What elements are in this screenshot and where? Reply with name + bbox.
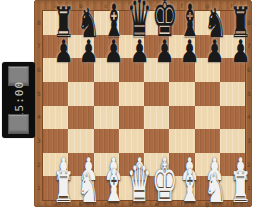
file-label-e: e (144, 200, 169, 208)
file-label-h: h (220, 2, 245, 10)
square-d6[interactable] (119, 58, 144, 82)
square-d1[interactable] (119, 176, 144, 200)
square-d4[interactable] (119, 106, 144, 130)
rank-label-7: 7 (35, 35, 43, 59)
rank-label-5: 5 (35, 82, 43, 106)
rank-labels-right: 87654321 (245, 11, 253, 200)
square-f5[interactable] (169, 82, 194, 106)
rank-label-4: 4 (35, 106, 43, 130)
square-f6[interactable] (169, 58, 194, 82)
rank-label-3: 3 (35, 129, 43, 153)
file-label-d: d (119, 200, 144, 208)
square-c2[interactable] (94, 153, 119, 177)
rank-labels-left: 87654321 (35, 11, 43, 200)
board-squares (43, 11, 245, 200)
file-label-c: c (94, 200, 119, 208)
square-b5[interactable] (68, 82, 93, 106)
square-b1[interactable] (68, 176, 93, 200)
square-g5[interactable] (195, 82, 220, 106)
file-labels-top: abcdefgh (43, 2, 245, 10)
rank-label-2: 2 (245, 153, 253, 177)
square-a5[interactable] (43, 82, 68, 106)
square-e1[interactable] (144, 176, 169, 200)
square-g7[interactable] (195, 35, 220, 59)
square-a1[interactable] (43, 176, 68, 200)
square-e7[interactable] (144, 35, 169, 59)
square-f1[interactable] (169, 176, 194, 200)
square-h3[interactable] (220, 129, 245, 153)
square-c5[interactable] (94, 82, 119, 106)
square-d7[interactable] (119, 35, 144, 59)
square-e6[interactable] (144, 58, 169, 82)
square-h7[interactable] (220, 35, 245, 59)
chess-app: 15:00 abcdefgh abcdefgh 87654321 8765432… (0, 0, 280, 210)
rank-label-6: 6 (35, 58, 43, 82)
square-c6[interactable] (94, 58, 119, 82)
rank-label-7: 7 (245, 35, 253, 59)
file-label-a: a (43, 2, 68, 10)
chess-clock: 15:00 (2, 62, 35, 138)
square-b2[interactable] (68, 153, 93, 177)
square-f8[interactable] (169, 11, 194, 35)
square-h1[interactable] (220, 176, 245, 200)
square-h8[interactable] (220, 11, 245, 35)
square-e3[interactable] (144, 129, 169, 153)
file-label-f: f (169, 200, 194, 208)
square-g4[interactable] (195, 106, 220, 130)
square-e4[interactable] (144, 106, 169, 130)
file-labels-bottom: abcdefgh (43, 200, 245, 208)
square-c1[interactable] (94, 176, 119, 200)
square-g1[interactable] (195, 176, 220, 200)
square-f2[interactable] (169, 153, 194, 177)
square-a8[interactable] (43, 11, 68, 35)
square-b8[interactable] (68, 11, 93, 35)
square-a2[interactable] (43, 153, 68, 177)
rank-label-1: 1 (35, 176, 43, 200)
square-d5[interactable] (119, 82, 144, 106)
square-c8[interactable] (94, 11, 119, 35)
square-g2[interactable] (195, 153, 220, 177)
square-d3[interactable] (119, 129, 144, 153)
file-label-b: b (68, 200, 93, 208)
clock-button-bottom (8, 114, 29, 134)
square-f3[interactable] (169, 129, 194, 153)
square-h2[interactable] (220, 153, 245, 177)
square-b4[interactable] (68, 106, 93, 130)
rank-label-1: 1 (245, 176, 253, 200)
board-playing-area: ♜♞♝♛♚♝♞♜♟♟♟♟♟♟♟♟♟♟♟♟♟♟♟♟♜♞♝♛♚♝♞♜ (43, 11, 245, 200)
square-e8[interactable] (144, 11, 169, 35)
file-label-g: g (195, 2, 220, 10)
file-label-d: d (119, 2, 144, 10)
rank-label-8: 8 (245, 11, 253, 35)
square-h4[interactable] (220, 106, 245, 130)
square-e2[interactable] (144, 153, 169, 177)
square-f7[interactable] (169, 35, 194, 59)
square-h6[interactable] (220, 58, 245, 82)
rank-label-2: 2 (35, 153, 43, 177)
file-label-g: g (195, 200, 220, 208)
file-label-b: b (68, 2, 93, 10)
square-a3[interactable] (43, 129, 68, 153)
square-h5[interactable] (220, 82, 245, 106)
square-c3[interactable] (94, 129, 119, 153)
square-f4[interactable] (169, 106, 194, 130)
file-label-e: e (144, 2, 169, 10)
square-g6[interactable] (195, 58, 220, 82)
square-c7[interactable] (94, 35, 119, 59)
rank-label-4: 4 (245, 106, 253, 130)
square-a6[interactable] (43, 58, 68, 82)
square-a4[interactable] (43, 106, 68, 130)
square-b7[interactable] (68, 35, 93, 59)
square-d8[interactable] (119, 11, 144, 35)
square-g8[interactable] (195, 11, 220, 35)
file-label-f: f (169, 2, 194, 10)
rank-label-8: 8 (35, 11, 43, 35)
rank-label-6: 6 (245, 58, 253, 82)
square-g3[interactable] (195, 129, 220, 153)
square-d2[interactable] (119, 153, 144, 177)
square-b6[interactable] (68, 58, 93, 82)
file-label-a: a (43, 200, 68, 208)
file-label-h: h (220, 200, 245, 208)
square-e5[interactable] (144, 82, 169, 106)
square-a7[interactable] (43, 35, 68, 59)
rank-label-5: 5 (245, 82, 253, 106)
file-label-c: c (94, 2, 119, 10)
rank-label-3: 3 (245, 129, 253, 153)
square-b3[interactable] (68, 129, 93, 153)
square-c4[interactable] (94, 106, 119, 130)
chess-board: abcdefgh abcdefgh 87654321 87654321 ♜♞♝♛… (34, 0, 252, 207)
